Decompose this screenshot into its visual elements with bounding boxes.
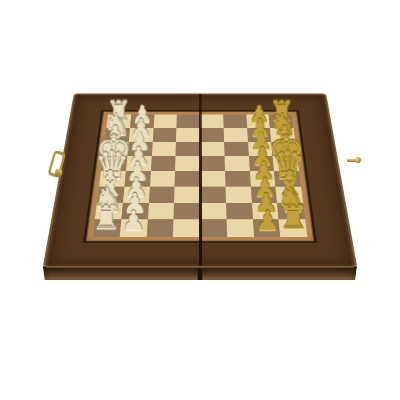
square[interactable]	[200, 219, 227, 237]
square[interactable]	[173, 219, 200, 237]
square[interactable]	[200, 203, 226, 220]
chess-board: ♜♟♟♜♞♟♟♞♝♟♟♝♚♟♟♚♛♟♟♛♝♟♟♝♞♟♟♞♜♟♟♜	[43, 93, 358, 267]
square[interactable]	[200, 115, 223, 128]
square[interactable]	[174, 203, 200, 220]
square[interactable]: ♟	[119, 219, 147, 237]
square[interactable]	[200, 171, 225, 187]
square[interactable]	[176, 142, 200, 156]
fold-seam	[198, 94, 201, 266]
latch-plate-icon	[54, 168, 63, 177]
pin-head-icon	[355, 157, 361, 163]
square[interactable]	[177, 115, 200, 128]
board-front-edge	[43, 266, 357, 280]
brass-pin	[347, 157, 361, 165]
square[interactable]	[200, 142, 224, 156]
front-edge-seam	[198, 266, 202, 280]
white-pawn[interactable]: ♟	[107, 207, 160, 234]
square[interactable]	[176, 128, 200, 142]
square[interactable]	[200, 187, 226, 203]
square[interactable]	[175, 156, 200, 171]
square[interactable]	[200, 156, 225, 171]
square[interactable]	[175, 171, 200, 187]
square[interactable]	[174, 187, 200, 203]
square[interactable]	[200, 128, 224, 142]
product-photo-scene: ♜♟♟♜♞♟♟♞♝♟♟♝♚♟♟♚♛♟♟♛♝♟♟♝♞♟♟♞♜♟♟♜	[0, 0, 400, 400]
brass-latch[interactable]	[45, 149, 63, 179]
black-rook[interactable]: ♜	[267, 202, 320, 234]
square[interactable]: ♜	[279, 219, 308, 237]
